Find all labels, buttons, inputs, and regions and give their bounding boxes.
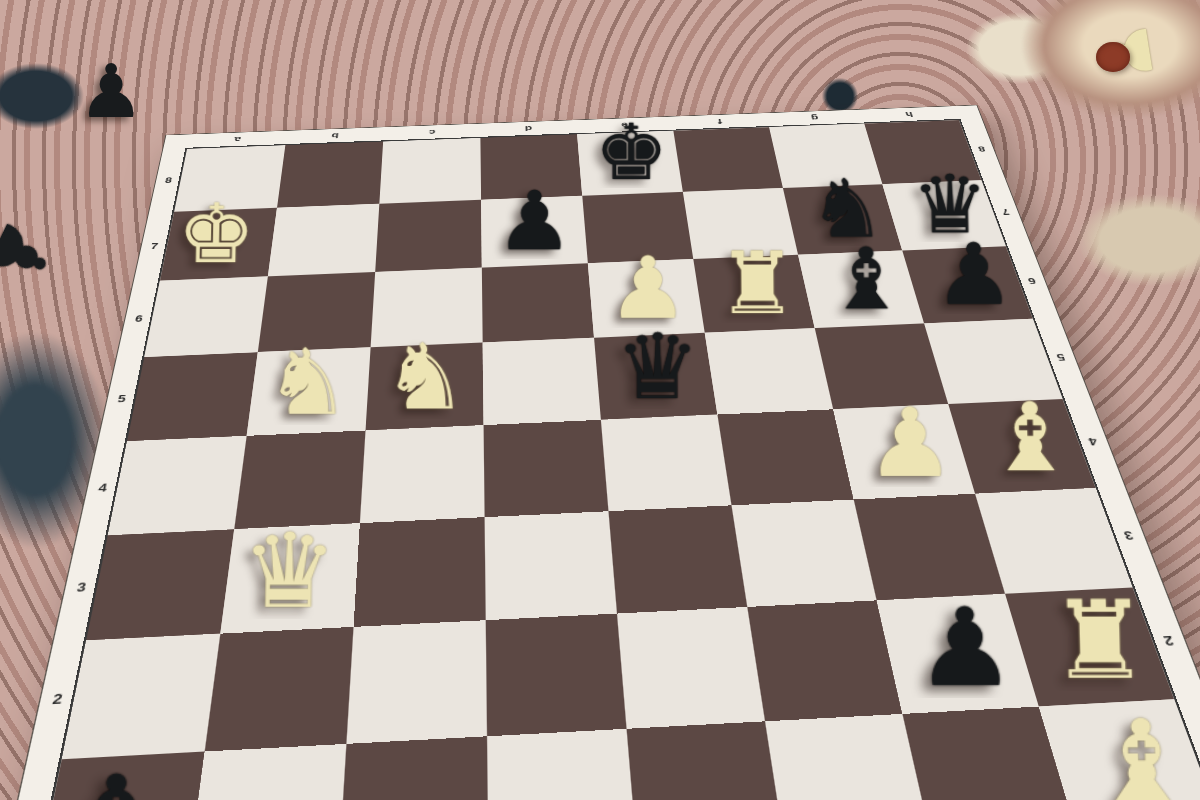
square-c1[interactable]	[338, 736, 488, 800]
piece-white-knight-b5[interactable]: ♞	[249, 333, 367, 433]
square-d5[interactable]	[483, 338, 601, 426]
square-d2[interactable]	[486, 614, 627, 737]
square-b7[interactable]	[268, 204, 379, 277]
square-b8[interactable]	[277, 142, 383, 208]
square-f5[interactable]	[705, 328, 833, 414]
piece-white-queen-b3[interactable]: ♛	[223, 515, 356, 628]
board-grid: ♚♚♟♞♛♟♜♝♟♞♞♛♟♝♛♟♜♝♝	[34, 120, 1200, 800]
square-c5[interactable]: ♞	[366, 342, 484, 430]
red-felt-piece-base	[1096, 42, 1130, 72]
square-e2[interactable]	[617, 607, 765, 729]
square-e1[interactable]	[627, 721, 786, 800]
piece-white-bishop-h1[interactable]: ♝	[1068, 700, 1200, 800]
square-d4[interactable]	[484, 420, 609, 517]
piece-black-pawn-g2[interactable]: ♟	[896, 589, 1035, 707]
square-b5[interactable]: ♞	[247, 347, 371, 436]
square-f3[interactable]	[732, 500, 877, 607]
square-b2[interactable]	[205, 627, 354, 752]
piece-white-pawn-g4[interactable]: ♟	[849, 392, 972, 496]
piece-white-rook-h2[interactable]: ♜	[1031, 583, 1170, 700]
piece-black-bishop-g6[interactable]: ♝	[811, 233, 922, 326]
square-a3[interactable]	[86, 529, 234, 640]
piece-black-bishop-a1[interactable]: ♝	[39, 755, 191, 800]
piece-black-pawn-d7[interactable]: ♟	[482, 177, 587, 266]
square-e4[interactable]	[601, 415, 732, 512]
square-b1[interactable]	[187, 744, 347, 800]
square-e3[interactable]	[608, 505, 747, 613]
captured-black-pawn-standing: ♟	[78, 48, 144, 134]
square-a1[interactable]: ♝	[34, 752, 205, 800]
square-f2[interactable]	[747, 600, 902, 721]
square-f4[interactable]	[717, 409, 853, 505]
square-a7[interactable]: ♚	[160, 208, 277, 281]
square-g4[interactable]: ♟	[833, 404, 975, 499]
square-b3[interactable]: ♛	[220, 523, 360, 634]
square-c3[interactable]	[354, 517, 486, 627]
square-c8[interactable]	[379, 138, 481, 204]
square-d3[interactable]	[485, 511, 617, 620]
photo-chess-scene: { "game": "chess", "scene": "overhead ph…	[0, 0, 1200, 800]
piece-black-queen-e5[interactable]: ♛	[600, 318, 716, 417]
board-scene: abcdefgh abcdefgh 87654321 87654321 ♚♚♟♞…	[0, 0, 1200, 800]
piece-white-bishop-h4[interactable]: ♝	[969, 386, 1092, 489]
square-d6[interactable]	[482, 263, 594, 342]
square-c2[interactable]	[346, 620, 487, 744]
square-e8[interactable]: ♚	[577, 131, 683, 196]
square-c4[interactable]	[360, 425, 485, 523]
square-a5[interactable]	[127, 352, 258, 441]
square-f8[interactable]	[673, 127, 783, 192]
piece-white-knight-c5[interactable]: ♞	[366, 328, 483, 427]
square-d7[interactable]: ♟	[481, 196, 588, 268]
piece-white-king-a7[interactable]: ♚	[162, 189, 270, 279]
square-e5[interactable]: ♛	[594, 333, 717, 420]
square-g6[interactable]: ♝	[798, 250, 924, 328]
piece-white-rook-f6[interactable]: ♜	[702, 238, 812, 331]
chess-board: abcdefgh abcdefgh 87654321 87654321 ♚♚♟♞…	[0, 105, 1200, 800]
square-h1[interactable]: ♝	[1039, 699, 1200, 800]
square-g2[interactable]: ♟	[877, 594, 1039, 714]
square-a2[interactable]	[62, 634, 221, 760]
square-d1[interactable]	[487, 729, 637, 800]
square-c7[interactable]	[375, 200, 482, 272]
